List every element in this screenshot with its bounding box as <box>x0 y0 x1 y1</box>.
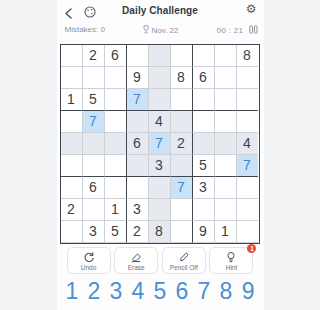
cell-r1c9[interactable]: 8 <box>237 45 258 67</box>
hint-button[interactable]: 1 Hint <box>209 247 253 274</box>
cell-r7c7[interactable]: 3 <box>193 177 215 199</box>
cell-r6c6[interactable] <box>171 155 193 177</box>
cell-r7c1[interactable] <box>61 177 83 199</box>
eraser-icon <box>130 251 142 263</box>
cell-r4c6[interactable] <box>171 111 193 133</box>
cell-r5c9[interactable]: 4 <box>237 133 258 155</box>
number-pad: 123456789 <box>57 277 264 305</box>
cell-r1c3[interactable]: 6 <box>105 45 127 67</box>
cell-r8c7[interactable] <box>193 199 215 221</box>
cell-r4c9[interactable] <box>237 111 258 133</box>
cell-r9c4[interactable]: 2 <box>127 221 149 243</box>
cell-r2c6[interactable]: 8 <box>171 67 193 89</box>
cell-r1c7[interactable] <box>193 45 215 67</box>
cell-r8c9[interactable] <box>237 199 258 221</box>
cell-r5c2[interactable] <box>83 133 105 155</box>
cell-r2c7[interactable]: 6 <box>193 67 215 89</box>
cell-r8c3[interactable]: 1 <box>105 199 127 221</box>
cell-r2c1[interactable] <box>61 67 83 89</box>
trophy-icon <box>142 25 150 34</box>
cell-r6c1[interactable] <box>61 155 83 177</box>
undo-icon <box>83 251 95 263</box>
gear-icon: ⚙ <box>246 2 257 16</box>
cell-r7c3[interactable] <box>105 177 127 199</box>
pause-icon <box>249 25 258 34</box>
cell-r3c4[interactable]: 7 <box>127 89 149 111</box>
cell-r8c2[interactable] <box>83 199 105 221</box>
cell-r1c4[interactable] <box>127 45 149 67</box>
cell-r3c2[interactable]: 5 <box>83 89 105 111</box>
cell-r6c4[interactable] <box>127 155 149 177</box>
numpad-key-4[interactable]: 4 <box>132 277 145 305</box>
cell-r6c7[interactable]: 5 <box>193 155 215 177</box>
erase-label: Erase <box>128 264 145 271</box>
cell-r2c9[interactable] <box>237 67 258 89</box>
cell-r5c5[interactable]: 7 <box>149 133 171 155</box>
pencil-label: Pencil Off <box>170 264 198 271</box>
cell-r8c6[interactable] <box>171 199 193 221</box>
cell-r9c3[interactable]: 5 <box>105 221 127 243</box>
cell-r2c3[interactable] <box>105 67 127 89</box>
status-row: Mistakes: 0 Nov. 22 00 : 21 <box>57 24 264 36</box>
sudoku-app-screen: Daily Challenge ⚙ Mistakes: 0 Nov. 22 00… <box>57 0 264 310</box>
cell-r5c8[interactable] <box>215 133 237 155</box>
cell-r9c9[interactable] <box>237 221 258 243</box>
cell-r4c3[interactable] <box>105 111 127 133</box>
pencil-button[interactable]: Pencil Off <box>162 247 206 274</box>
cell-r7c5[interactable] <box>149 177 171 199</box>
cell-r5c6[interactable]: 2 <box>171 133 193 155</box>
cell-r3c9[interactable] <box>237 89 258 111</box>
cell-r6c3[interactable] <box>105 155 127 177</box>
cell-r8c5[interactable] <box>149 199 171 221</box>
page-title: Daily Challenge <box>57 5 264 16</box>
cell-r5c4[interactable]: 6 <box>127 133 149 155</box>
cell-r6c8[interactable] <box>215 155 237 177</box>
numpad-key-6[interactable]: 6 <box>176 277 189 305</box>
cell-r1c6[interactable] <box>171 45 193 67</box>
cell-r8c4[interactable]: 3 <box>127 199 149 221</box>
numpad-key-5[interactable]: 5 <box>154 277 167 305</box>
cell-r6c2[interactable] <box>83 155 105 177</box>
undo-label: Undo <box>81 264 97 271</box>
cell-r5c7[interactable] <box>193 133 215 155</box>
timer-wrap: 00 : 21 <box>217 25 258 36</box>
numpad-key-7[interactable]: 7 <box>198 277 211 305</box>
cell-r2c8[interactable] <box>215 67 237 89</box>
cell-r7c6[interactable]: 7 <box>171 177 193 199</box>
numpad-key-2[interactable]: 2 <box>88 277 101 305</box>
cell-r1c2[interactable]: 2 <box>83 45 105 67</box>
numpad-key-8[interactable]: 8 <box>220 277 233 305</box>
cell-r4c1[interactable] <box>61 111 83 133</box>
pause-button[interactable] <box>249 25 258 36</box>
hint-badge: 1 <box>247 244 256 253</box>
cell-r3c1[interactable]: 1 <box>61 89 83 111</box>
cell-r3c6[interactable] <box>171 89 193 111</box>
cell-r1c1[interactable] <box>61 45 83 67</box>
cell-r2c2[interactable] <box>83 67 105 89</box>
cell-r6c9[interactable]: 7 <box>237 155 258 177</box>
cell-r6c5[interactable]: 3 <box>149 155 171 177</box>
cell-r5c3[interactable] <box>105 133 127 155</box>
lightbulb-icon <box>225 251 237 263</box>
cell-r1c5[interactable] <box>149 45 171 67</box>
cell-r9c7[interactable]: 9 <box>193 221 215 243</box>
toolbar: Undo Erase Pencil Off 1 Hint <box>57 247 264 274</box>
cell-r3c5[interactable] <box>149 89 171 111</box>
numpad-key-9[interactable]: 9 <box>242 277 255 305</box>
undo-button[interactable]: Undo <box>67 247 111 274</box>
settings-button[interactable]: ⚙ <box>246 2 257 16</box>
timer: 00 : 21 <box>217 26 244 35</box>
numpad-key-1[interactable]: 1 <box>66 277 79 305</box>
cell-r4c5[interactable]: 4 <box>149 111 171 133</box>
cell-r3c8[interactable] <box>215 89 237 111</box>
pencil-icon <box>178 251 190 263</box>
cell-r7c9[interactable] <box>237 177 258 199</box>
hint-label: Hint <box>226 264 238 271</box>
cell-r4c7[interactable] <box>193 111 215 133</box>
cell-r9c5[interactable]: 8 <box>149 221 171 243</box>
cell-r7c8[interactable] <box>215 177 237 199</box>
cell-r1c8[interactable] <box>215 45 237 67</box>
cell-r9c6[interactable] <box>171 221 193 243</box>
cell-r5c1[interactable] <box>61 133 83 155</box>
cell-r8c1[interactable]: 2 <box>61 199 83 221</box>
cell-r2c4[interactable]: 9 <box>127 67 149 89</box>
cell-r4c8[interactable] <box>215 111 237 133</box>
sudoku-grid: 268986157746724357673213352891 <box>60 44 260 244</box>
cell-r4c4[interactable] <box>127 111 149 133</box>
cell-r9c1[interactable] <box>61 221 83 243</box>
cell-r2c5[interactable] <box>149 67 171 89</box>
top-bar: Daily Challenge ⚙ <box>57 0 264 20</box>
numpad-key-3[interactable]: 3 <box>110 277 123 305</box>
cell-r7c2[interactable]: 6 <box>83 177 105 199</box>
cell-r7c4[interactable] <box>127 177 149 199</box>
cell-r3c3[interactable] <box>105 89 127 111</box>
cell-r9c2[interactable]: 3 <box>83 221 105 243</box>
cell-r4c2[interactable]: 7 <box>83 111 105 133</box>
cell-r8c8[interactable] <box>215 199 237 221</box>
cell-r3c7[interactable] <box>193 89 215 111</box>
erase-button[interactable]: Erase <box>114 247 158 274</box>
cell-r9c8[interactable]: 1 <box>215 221 237 243</box>
date-label: Nov. 22 <box>152 26 179 35</box>
